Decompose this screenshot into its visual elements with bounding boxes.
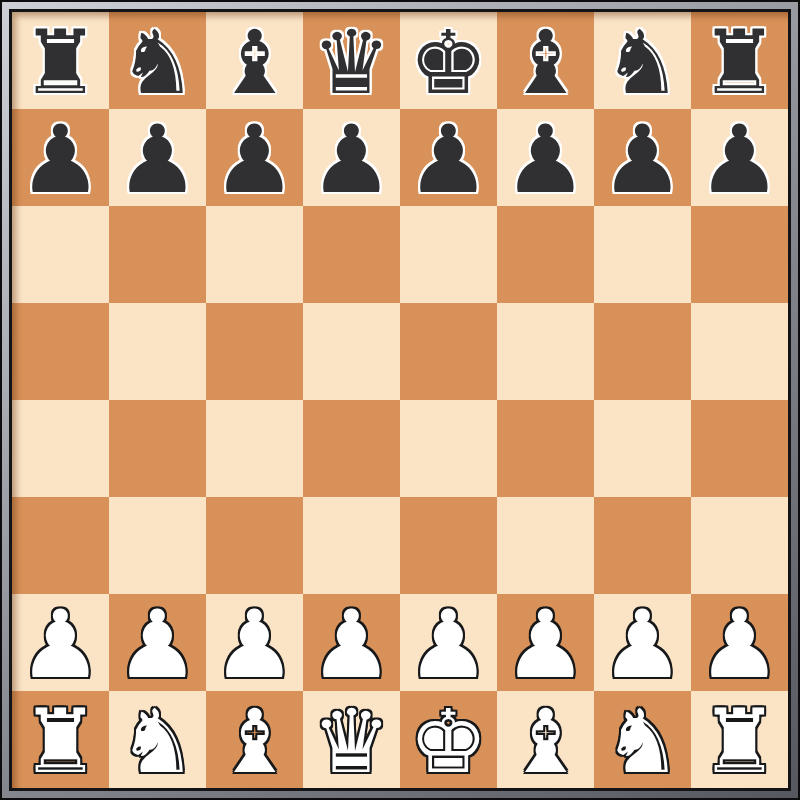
- piece-white-pawn[interactable]: ♟: [309, 598, 393, 692]
- square-a4[interactable]: [12, 400, 109, 497]
- piece-black-knight[interactable]: ♞: [118, 19, 197, 107]
- piece-white-pawn[interactable]: ♟: [600, 598, 684, 692]
- square-c5[interactable]: [206, 303, 303, 400]
- piece-black-pawn[interactable]: ♟: [115, 113, 199, 207]
- square-c8[interactable]: ♝: [206, 12, 303, 109]
- square-b1[interactable]: ♞: [109, 691, 206, 788]
- square-d1[interactable]: ♛: [303, 691, 400, 788]
- piece-white-bishop[interactable]: ♝: [215, 698, 294, 786]
- piece-white-rook[interactable]: ♜: [700, 698, 779, 786]
- square-h1[interactable]: ♜: [691, 691, 788, 788]
- square-a5[interactable]: [12, 303, 109, 400]
- piece-black-pawn[interactable]: ♟: [309, 113, 393, 207]
- piece-white-pawn[interactable]: ♟: [18, 598, 102, 692]
- square-c7[interactable]: ♟: [206, 109, 303, 206]
- square-d8[interactable]: ♛: [303, 12, 400, 109]
- piece-black-king[interactable]: ♚: [409, 19, 488, 107]
- square-e5[interactable]: [400, 303, 497, 400]
- piece-white-knight[interactable]: ♞: [118, 698, 197, 786]
- chess-board: ♜♞♝♛♚♝♞♜♟♟♟♟♟♟♟♟♟♟♟♟♟♟♟♟♜♞♝♛♚♝♞♜: [12, 12, 788, 788]
- square-d5[interactable]: [303, 303, 400, 400]
- square-f3[interactable]: [497, 497, 594, 594]
- square-h5[interactable]: [691, 303, 788, 400]
- piece-white-pawn[interactable]: ♟: [697, 598, 781, 692]
- piece-white-pawn[interactable]: ♟: [503, 598, 587, 692]
- square-c6[interactable]: [206, 206, 303, 303]
- square-e3[interactable]: [400, 497, 497, 594]
- square-g6[interactable]: [594, 206, 691, 303]
- piece-black-pawn[interactable]: ♟: [406, 113, 490, 207]
- square-h6[interactable]: [691, 206, 788, 303]
- square-g1[interactable]: ♞: [594, 691, 691, 788]
- piece-black-knight[interactable]: ♞: [603, 19, 682, 107]
- square-a2[interactable]: ♟: [12, 594, 109, 691]
- square-e1[interactable]: ♚: [400, 691, 497, 788]
- square-f6[interactable]: [497, 206, 594, 303]
- square-g7[interactable]: ♟: [594, 109, 691, 206]
- square-d2[interactable]: ♟: [303, 594, 400, 691]
- square-d4[interactable]: [303, 400, 400, 497]
- board-frame-inner: ♜♞♝♛♚♝♞♜♟♟♟♟♟♟♟♟♟♟♟♟♟♟♟♟♜♞♝♛♚♝♞♜: [9, 9, 791, 791]
- piece-black-queen[interactable]: ♛: [312, 19, 391, 107]
- board-frame: ♜♞♝♛♚♝♞♜♟♟♟♟♟♟♟♟♟♟♟♟♟♟♟♟♜♞♝♛♚♝♞♜: [0, 0, 800, 800]
- square-f4[interactable]: [497, 400, 594, 497]
- square-e4[interactable]: [400, 400, 497, 497]
- square-a7[interactable]: ♟: [12, 109, 109, 206]
- square-b6[interactable]: [109, 206, 206, 303]
- piece-white-queen[interactable]: ♛: [312, 698, 391, 786]
- square-b7[interactable]: ♟: [109, 109, 206, 206]
- square-d6[interactable]: [303, 206, 400, 303]
- piece-black-rook[interactable]: ♜: [700, 19, 779, 107]
- square-f7[interactable]: ♟: [497, 109, 594, 206]
- piece-black-bishop[interactable]: ♝: [215, 19, 294, 107]
- square-e6[interactable]: [400, 206, 497, 303]
- piece-white-pawn[interactable]: ♟: [212, 598, 296, 692]
- square-g8[interactable]: ♞: [594, 12, 691, 109]
- square-c2[interactable]: ♟: [206, 594, 303, 691]
- square-h2[interactable]: ♟: [691, 594, 788, 691]
- square-e2[interactable]: ♟: [400, 594, 497, 691]
- piece-white-bishop[interactable]: ♝: [506, 698, 585, 786]
- square-h7[interactable]: ♟: [691, 109, 788, 206]
- square-g5[interactable]: [594, 303, 691, 400]
- square-g2[interactable]: ♟: [594, 594, 691, 691]
- square-b4[interactable]: [109, 400, 206, 497]
- square-a3[interactable]: [12, 497, 109, 594]
- square-f2[interactable]: ♟: [497, 594, 594, 691]
- square-b2[interactable]: ♟: [109, 594, 206, 691]
- piece-black-pawn[interactable]: ♟: [18, 113, 102, 207]
- square-f8[interactable]: ♝: [497, 12, 594, 109]
- piece-black-pawn[interactable]: ♟: [697, 113, 781, 207]
- piece-black-pawn[interactable]: ♟: [600, 113, 684, 207]
- square-b5[interactable]: [109, 303, 206, 400]
- piece-black-pawn[interactable]: ♟: [212, 113, 296, 207]
- square-h3[interactable]: [691, 497, 788, 594]
- square-f5[interactable]: [497, 303, 594, 400]
- piece-black-bishop[interactable]: ♝: [506, 19, 585, 107]
- piece-black-rook[interactable]: ♜: [21, 19, 100, 107]
- square-f1[interactable]: ♝: [497, 691, 594, 788]
- square-c4[interactable]: [206, 400, 303, 497]
- square-b3[interactable]: [109, 497, 206, 594]
- square-g4[interactable]: [594, 400, 691, 497]
- chess-app: ♜♞♝♛♚♝♞♜♟♟♟♟♟♟♟♟♟♟♟♟♟♟♟♟♜♞♝♛♚♝♞♜: [0, 0, 800, 800]
- square-c1[interactable]: ♝: [206, 691, 303, 788]
- square-a1[interactable]: ♜: [12, 691, 109, 788]
- square-e8[interactable]: ♚: [400, 12, 497, 109]
- square-g3[interactable]: [594, 497, 691, 594]
- square-c3[interactable]: [206, 497, 303, 594]
- piece-black-pawn[interactable]: ♟: [503, 113, 587, 207]
- square-d7[interactable]: ♟: [303, 109, 400, 206]
- square-b8[interactable]: ♞: [109, 12, 206, 109]
- piece-white-rook[interactable]: ♜: [21, 698, 100, 786]
- square-h8[interactable]: ♜: [691, 12, 788, 109]
- board-frame-bevel: ♜♞♝♛♚♝♞♜♟♟♟♟♟♟♟♟♟♟♟♟♟♟♟♟♜♞♝♛♚♝♞♜: [2, 2, 798, 798]
- square-e7[interactable]: ♟: [400, 109, 497, 206]
- square-a8[interactable]: ♜: [12, 12, 109, 109]
- square-a6[interactable]: [12, 206, 109, 303]
- square-h4[interactable]: [691, 400, 788, 497]
- piece-white-knight[interactable]: ♞: [603, 698, 682, 786]
- square-d3[interactable]: [303, 497, 400, 594]
- piece-white-king[interactable]: ♚: [409, 698, 488, 786]
- piece-white-pawn[interactable]: ♟: [115, 598, 199, 692]
- piece-white-pawn[interactable]: ♟: [406, 598, 490, 692]
